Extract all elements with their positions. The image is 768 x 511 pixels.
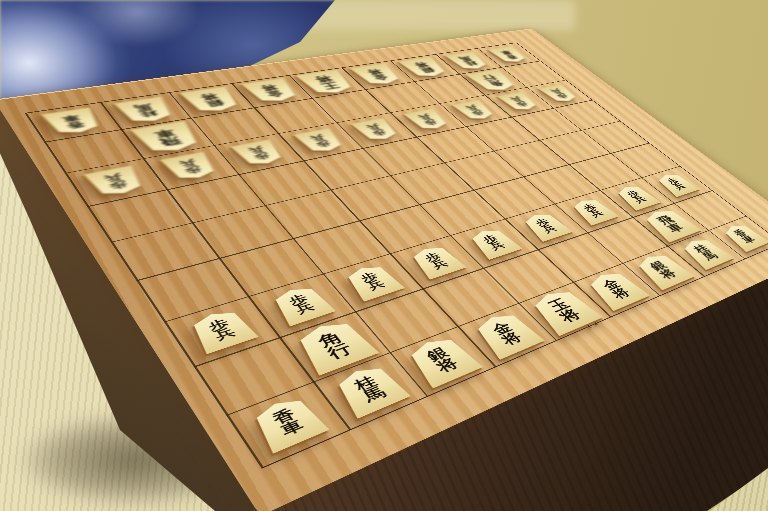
piece-kanji: 将 bbox=[556, 307, 583, 324]
piece-kanji: 兵 bbox=[632, 195, 648, 204]
piece-kanji: 兵 bbox=[549, 88, 563, 94]
piece-kanji: 兵 bbox=[308, 134, 326, 142]
piece-kanji: 将 bbox=[313, 75, 335, 84]
piece-kanji: 行 bbox=[480, 74, 498, 82]
piece-kanji: 将 bbox=[434, 356, 461, 374]
piece-kanji: 将 bbox=[610, 286, 633, 300]
piece-kanji: 将 bbox=[258, 84, 279, 92]
piece-kanji: 馬 bbox=[361, 385, 389, 404]
piece-kanji: 馬 bbox=[132, 103, 154, 112]
piece-kanji: 兵 bbox=[417, 114, 433, 121]
piece-kanji: 兵 bbox=[588, 209, 605, 218]
piece-kanji: 将 bbox=[657, 267, 678, 280]
piece-kanji: 車 bbox=[664, 222, 685, 234]
piece-kanji: 兵 bbox=[488, 240, 507, 251]
piece-kanji: 馬 bbox=[457, 55, 473, 61]
piece-kanji: 将 bbox=[413, 61, 431, 68]
piece-kanji: 兵 bbox=[540, 224, 558, 234]
piece-kanji: 将 bbox=[499, 330, 525, 347]
piece-kanji: 将 bbox=[198, 92, 220, 101]
piece-kanji: 車 bbox=[740, 235, 757, 245]
piece-kanji: 車 bbox=[60, 114, 82, 123]
piece-kanji: 兵 bbox=[465, 104, 481, 111]
piece-kanji: 兵 bbox=[365, 123, 382, 131]
piece-kanji: 兵 bbox=[365, 279, 387, 292]
piece-kanji: 兵 bbox=[509, 96, 524, 102]
piece-kanji: 兵 bbox=[293, 301, 316, 315]
piece-kanji: 車 bbox=[278, 418, 306, 438]
piece-kanji: 馬 bbox=[701, 250, 720, 261]
piece-kanji: 車 bbox=[499, 50, 513, 56]
piece-kanji: 兵 bbox=[430, 259, 450, 271]
piece-kanji: 将 bbox=[365, 68, 384, 75]
piece-kanji: 兵 bbox=[213, 326, 238, 342]
piece-kanji: 兵 bbox=[672, 183, 687, 191]
shogi-photo-scene: lnsgkgsnl/1r5b1/ppppppppp/9/9/9/PPPPPPPP… bbox=[0, 0, 768, 511]
